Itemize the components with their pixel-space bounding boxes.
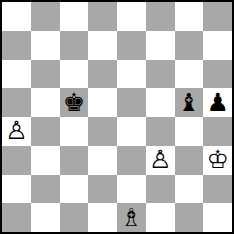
- square-b7[interactable]: [31, 31, 60, 60]
- square-a2[interactable]: [2, 175, 31, 204]
- square-d2[interactable]: [88, 175, 117, 204]
- square-d5[interactable]: [88, 88, 117, 117]
- square-h1[interactable]: [203, 203, 232, 232]
- square-a1[interactable]: [2, 203, 31, 232]
- square-f8[interactable]: [146, 2, 175, 31]
- square-e6[interactable]: [117, 60, 146, 89]
- square-a7[interactable]: [2, 31, 31, 60]
- square-a5[interactable]: [2, 88, 31, 117]
- square-h7[interactable]: [203, 31, 232, 60]
- square-h5[interactable]: ♟: [203, 88, 232, 117]
- square-c2[interactable]: [60, 175, 89, 204]
- chess-board: ♚♝♟♙♙♔♗: [2, 2, 232, 232]
- square-b3[interactable]: [31, 146, 60, 175]
- square-f7[interactable]: [146, 31, 175, 60]
- piece-black-bishop[interactable]: ♝: [178, 89, 200, 117]
- square-e8[interactable]: [117, 2, 146, 31]
- square-g5[interactable]: ♝: [175, 88, 204, 117]
- square-f6[interactable]: [146, 60, 175, 89]
- square-b6[interactable]: [31, 60, 60, 89]
- square-a3[interactable]: [2, 146, 31, 175]
- square-f2[interactable]: [146, 175, 175, 204]
- square-d4[interactable]: [88, 117, 117, 146]
- square-g4[interactable]: [175, 117, 204, 146]
- square-f3[interactable]: ♙: [146, 146, 175, 175]
- square-a6[interactable]: [2, 60, 31, 89]
- piece-white-bishop[interactable]: ♗: [120, 204, 142, 232]
- piece-black-pawn[interactable]: ♟: [206, 89, 228, 117]
- square-e4[interactable]: [117, 117, 146, 146]
- square-g7[interactable]: [175, 31, 204, 60]
- square-d7[interactable]: [88, 31, 117, 60]
- piece-black-king[interactable]: ♚: [63, 89, 85, 117]
- square-c5[interactable]: ♚: [60, 88, 89, 117]
- square-c7[interactable]: [60, 31, 89, 60]
- square-e7[interactable]: [117, 31, 146, 60]
- square-f1[interactable]: [146, 203, 175, 232]
- square-c8[interactable]: [60, 2, 89, 31]
- square-h8[interactable]: [203, 2, 232, 31]
- square-g2[interactable]: [175, 175, 204, 204]
- square-d8[interactable]: [88, 2, 117, 31]
- square-g8[interactable]: [175, 2, 204, 31]
- square-a8[interactable]: [2, 2, 31, 31]
- square-d3[interactable]: [88, 146, 117, 175]
- square-e3[interactable]: [117, 146, 146, 175]
- square-f4[interactable]: [146, 117, 175, 146]
- square-c4[interactable]: [60, 117, 89, 146]
- square-b5[interactable]: [31, 88, 60, 117]
- square-e1[interactable]: ♗: [117, 203, 146, 232]
- piece-white-pawn[interactable]: ♙: [149, 146, 171, 174]
- piece-white-pawn[interactable]: ♙: [5, 117, 27, 145]
- square-e2[interactable]: [117, 175, 146, 204]
- square-c6[interactable]: [60, 60, 89, 89]
- square-h2[interactable]: [203, 175, 232, 204]
- square-b8[interactable]: [31, 2, 60, 31]
- square-c3[interactable]: [60, 146, 89, 175]
- square-e5[interactable]: [117, 88, 146, 117]
- square-h4[interactable]: [203, 117, 232, 146]
- square-g6[interactable]: [175, 60, 204, 89]
- square-b1[interactable]: [31, 203, 60, 232]
- square-d1[interactable]: [88, 203, 117, 232]
- square-h3[interactable]: ♔: [203, 146, 232, 175]
- square-g1[interactable]: [175, 203, 204, 232]
- square-b2[interactable]: [31, 175, 60, 204]
- square-g3[interactable]: [175, 146, 204, 175]
- square-a4[interactable]: ♙: [2, 117, 31, 146]
- square-h6[interactable]: [203, 60, 232, 89]
- square-c1[interactable]: [60, 203, 89, 232]
- square-d6[interactable]: [88, 60, 117, 89]
- square-f5[interactable]: [146, 88, 175, 117]
- square-b4[interactable]: [31, 117, 60, 146]
- piece-white-king[interactable]: ♔: [206, 146, 228, 174]
- board-frame: ♚♝♟♙♙♔♗: [0, 0, 234, 234]
